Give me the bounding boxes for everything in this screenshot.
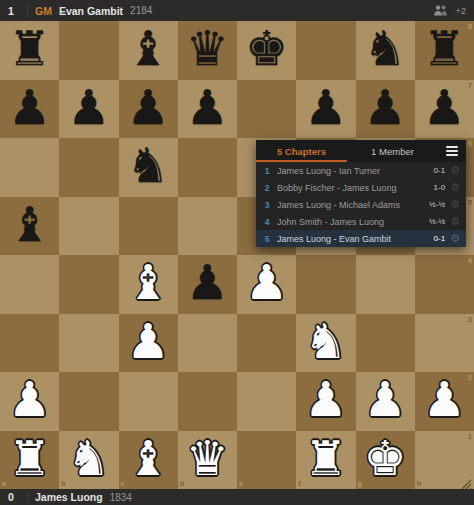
square-d5[interactable] bbox=[178, 197, 237, 256]
chapter-result: 1-0 bbox=[434, 183, 446, 192]
square-c2[interactable] bbox=[119, 372, 178, 431]
chapter-number: 1 bbox=[262, 166, 272, 176]
square-a3[interactable] bbox=[0, 314, 59, 373]
square-g2[interactable]: ♟ bbox=[356, 372, 415, 431]
square-d1[interactable]: ♛d bbox=[178, 431, 237, 490]
white-king[interactable]: ♚ bbox=[364, 434, 407, 482]
white-knight[interactable]: ♞ bbox=[304, 317, 347, 365]
white-queen[interactable]: ♛ bbox=[186, 434, 229, 482]
white-rook[interactable]: ♜ bbox=[304, 434, 347, 482]
file-label-f: f bbox=[298, 480, 300, 487]
square-d7[interactable]: ♟ bbox=[178, 80, 237, 139]
square-g4[interactable] bbox=[356, 255, 415, 314]
square-f1[interactable]: ♜f bbox=[296, 431, 355, 490]
white-pawn[interactable]: ♟ bbox=[127, 317, 170, 365]
black-pawn[interactable]: ♟ bbox=[304, 83, 347, 131]
chapter-title: John Smith - James Luong bbox=[277, 217, 424, 227]
black-pawn[interactable]: ♟ bbox=[67, 83, 110, 131]
chapter-title: Bobby Fischer - James Luong bbox=[277, 183, 429, 193]
square-f7[interactable]: ♟ bbox=[296, 80, 355, 139]
square-h7[interactable]: ♟7 bbox=[415, 80, 474, 139]
square-f8[interactable] bbox=[296, 21, 355, 80]
gear-icon[interactable]: ⚙ bbox=[450, 199, 460, 210]
file-label-e: e bbox=[239, 480, 243, 487]
white-pawn[interactable]: ♟ bbox=[423, 375, 466, 423]
chapter-number: 3 bbox=[262, 200, 272, 210]
square-h4[interactable]: 4 bbox=[415, 255, 474, 314]
square-c3[interactable]: ♟ bbox=[119, 314, 178, 373]
black-king[interactable]: ♚ bbox=[245, 24, 288, 72]
white-knight[interactable]: ♞ bbox=[67, 434, 110, 482]
chapter-list: 1James Luong - Ian Turner0-1⚙2Bobby Fisc… bbox=[256, 162, 466, 247]
square-f3[interactable]: ♞ bbox=[296, 314, 355, 373]
file-label-h: h bbox=[417, 480, 421, 487]
hamburger-icon[interactable] bbox=[438, 140, 466, 162]
black-pawn[interactable]: ♟ bbox=[127, 83, 170, 131]
bar-divider bbox=[27, 491, 28, 503]
square-g8[interactable]: ♞ bbox=[356, 21, 415, 80]
square-f4[interactable] bbox=[296, 255, 355, 314]
square-e1[interactable]: e bbox=[237, 431, 296, 490]
black-player-rating: 2184 bbox=[130, 5, 152, 16]
file-label-g: g bbox=[358, 480, 362, 487]
square-a5[interactable]: ♝ bbox=[0, 197, 59, 256]
player-title: GM bbox=[35, 5, 52, 17]
chapter-title: James Luong - Ian Turner bbox=[277, 166, 429, 176]
rank-label-1: 1 bbox=[468, 433, 472, 440]
chess-board[interactable]: ♜♝♛♚♞♜8♟♟♟♟♟♟♟7♞6♝5♝♟♟4♟♞3♟♟♟♟2♜a♞b♝c♛de… bbox=[0, 21, 474, 489]
square-b7[interactable]: ♟ bbox=[59, 80, 118, 139]
black-pawn[interactable]: ♟ bbox=[186, 258, 229, 306]
white-pawn[interactable]: ♟ bbox=[364, 375, 407, 423]
square-a4[interactable] bbox=[0, 255, 59, 314]
square-a7[interactable]: ♟ bbox=[0, 80, 59, 139]
black-queen[interactable]: ♛ bbox=[186, 24, 229, 72]
square-g7[interactable]: ♟ bbox=[356, 80, 415, 139]
chapter-row-5[interactable]: 5James Luong - Evan Gambit0-1⚙ bbox=[256, 230, 466, 247]
tab-chapters[interactable]: 5 Chapters bbox=[256, 140, 347, 162]
square-h2[interactable]: ♟2 bbox=[415, 372, 474, 431]
white-bishop[interactable]: ♝ bbox=[127, 258, 170, 306]
square-e2[interactable] bbox=[237, 372, 296, 431]
board-resize-handle[interactable] bbox=[461, 476, 472, 487]
study-panel-header: 5 Chapters 1 Member bbox=[256, 140, 466, 162]
square-e3[interactable] bbox=[237, 314, 296, 373]
square-b1[interactable]: ♞b bbox=[59, 431, 118, 490]
gear-icon[interactable]: ⚙ bbox=[450, 233, 460, 244]
gear-icon[interactable]: ⚙ bbox=[450, 182, 460, 193]
square-a8[interactable]: ♜ bbox=[0, 21, 59, 80]
chapter-row-1[interactable]: 1James Luong - Ian Turner0-1⚙ bbox=[256, 162, 466, 179]
square-d2[interactable] bbox=[178, 372, 237, 431]
square-b8[interactable] bbox=[59, 21, 118, 80]
rank-label-4: 4 bbox=[468, 257, 472, 264]
black-score: 1 bbox=[8, 5, 20, 17]
rank-label-2: 2 bbox=[468, 374, 472, 381]
white-pawn[interactable]: ♟ bbox=[245, 258, 288, 306]
chapter-result: 0-1 bbox=[434, 166, 446, 175]
white-rook[interactable]: ♜ bbox=[8, 434, 51, 482]
gear-icon[interactable]: ⚙ bbox=[450, 216, 460, 227]
square-d6[interactable] bbox=[178, 138, 237, 197]
chapter-title: James Luong - Michael Adams bbox=[277, 200, 424, 210]
black-knight[interactable]: ♞ bbox=[127, 141, 170, 189]
spectator-count: +2 bbox=[455, 5, 466, 16]
square-c5[interactable] bbox=[119, 197, 178, 256]
square-d8[interactable]: ♛ bbox=[178, 21, 237, 80]
white-player-name: James Luong bbox=[35, 491, 103, 503]
black-pawn[interactable]: ♟ bbox=[186, 83, 229, 131]
black-bishop[interactable]: ♝ bbox=[8, 200, 51, 248]
black-knight[interactable]: ♞ bbox=[364, 24, 407, 72]
gear-icon[interactable]: ⚙ bbox=[450, 165, 460, 176]
bottom-player-bar: 0 James Luong 1834 bbox=[0, 489, 474, 505]
square-e4[interactable]: ♟ bbox=[237, 255, 296, 314]
square-h8[interactable]: ♜8 bbox=[415, 21, 474, 80]
members-icon bbox=[433, 5, 448, 16]
square-c1[interactable]: ♝c bbox=[119, 431, 178, 490]
chapter-number: 4 bbox=[262, 217, 272, 227]
square-g3[interactable] bbox=[356, 314, 415, 373]
white-score: 0 bbox=[8, 491, 20, 503]
tab-members[interactable]: 1 Member bbox=[347, 140, 438, 162]
square-f2[interactable]: ♟ bbox=[296, 372, 355, 431]
chapter-row-3[interactable]: 3James Luong - Michael Adams½-½⚙ bbox=[256, 196, 466, 213]
white-pawn[interactable]: ♟ bbox=[8, 375, 51, 423]
square-b6[interactable] bbox=[59, 138, 118, 197]
square-d3[interactable] bbox=[178, 314, 237, 373]
white-player-rating: 1834 bbox=[110, 492, 132, 503]
white-pawn[interactable]: ♟ bbox=[304, 375, 347, 423]
square-c4[interactable]: ♝ bbox=[119, 255, 178, 314]
black-pawn[interactable]: ♟ bbox=[8, 83, 51, 131]
square-e8[interactable]: ♚ bbox=[237, 21, 296, 80]
top-player-bar: 1 GM Evan Gambit 2184 +2 bbox=[0, 0, 474, 21]
square-b4[interactable] bbox=[59, 255, 118, 314]
chapter-title: James Luong - Evan Gambit bbox=[277, 234, 429, 244]
chapter-number: 2 bbox=[262, 183, 272, 193]
file-label-d: d bbox=[180, 480, 184, 487]
study-panel: 5 Chapters 1 Member 1James Luong - Ian T… bbox=[256, 140, 466, 247]
square-b2[interactable] bbox=[59, 372, 118, 431]
bar-divider bbox=[27, 5, 28, 17]
chapter-row-2[interactable]: 2Bobby Fischer - James Luong1-0⚙ bbox=[256, 179, 466, 196]
black-pawn[interactable]: ♟ bbox=[364, 83, 407, 131]
square-e7[interactable] bbox=[237, 80, 296, 139]
rank-label-8: 8 bbox=[468, 23, 472, 30]
white-bishop[interactable]: ♝ bbox=[127, 434, 170, 482]
square-c6[interactable]: ♞ bbox=[119, 138, 178, 197]
square-g1[interactable]: ♚g bbox=[356, 431, 415, 490]
rank-label-7: 7 bbox=[468, 82, 472, 89]
rank-label-3: 3 bbox=[468, 316, 472, 323]
square-a1[interactable]: ♜a bbox=[0, 431, 59, 490]
chapter-result: ½-½ bbox=[429, 217, 445, 226]
black-rook[interactable]: ♜ bbox=[8, 24, 51, 72]
chapter-result: ½-½ bbox=[429, 200, 445, 209]
black-pawn[interactable]: ♟ bbox=[423, 83, 466, 131]
square-c8[interactable]: ♝ bbox=[119, 21, 178, 80]
square-d4[interactable]: ♟ bbox=[178, 255, 237, 314]
file-label-c: c bbox=[121, 480, 125, 487]
rank-label-6: 6 bbox=[468, 140, 472, 147]
square-a6[interactable] bbox=[0, 138, 59, 197]
rank-label-5: 5 bbox=[468, 199, 472, 206]
square-b5[interactable] bbox=[59, 197, 118, 256]
square-h3[interactable]: 3 bbox=[415, 314, 474, 373]
file-label-b: b bbox=[61, 480, 65, 487]
black-bishop[interactable]: ♝ bbox=[127, 24, 170, 72]
square-b3[interactable] bbox=[59, 314, 118, 373]
chapter-result: 0-1 bbox=[434, 234, 446, 243]
square-c7[interactable]: ♟ bbox=[119, 80, 178, 139]
black-player-name: Evan Gambit bbox=[59, 5, 123, 17]
chapter-number: 5 bbox=[262, 234, 272, 244]
study-screen: 1 GM Evan Gambit 2184 +2 ♜♝♛♚♞♜8♟♟♟♟♟♟♟7… bbox=[0, 0, 474, 505]
file-label-a: a bbox=[2, 480, 6, 487]
chapter-row-4[interactable]: 4John Smith - James Luong½-½⚙ bbox=[256, 213, 466, 230]
square-a2[interactable]: ♟ bbox=[0, 372, 59, 431]
black-rook[interactable]: ♜ bbox=[423, 24, 466, 72]
